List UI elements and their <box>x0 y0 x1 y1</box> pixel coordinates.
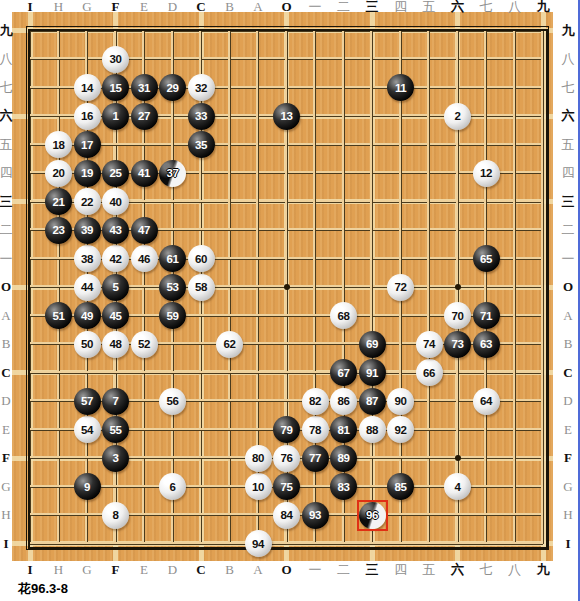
stone-number: 66 <box>423 367 435 379</box>
row-label-left: D <box>0 394 18 408</box>
col-label-top: 八 <box>503 0 527 14</box>
col-label-bottom: 二 <box>332 563 356 577</box>
stone-number: 77 <box>309 452 321 464</box>
row-label-right: E <box>556 423 580 437</box>
row-label-left: H <box>0 508 18 522</box>
row-label-left: F <box>0 451 18 465</box>
stone-number: 12 <box>480 167 492 179</box>
stone-62: 62 <box>216 331 243 358</box>
stone-71: 71 <box>473 302 500 329</box>
stone-number: 63 <box>480 338 492 350</box>
stone-number: 68 <box>338 310 350 322</box>
stone-91: 91 <box>359 359 386 386</box>
col-label-bottom: C <box>189 563 213 577</box>
stone-number: 80 <box>252 452 264 464</box>
stone-number: 15 <box>110 82 122 94</box>
col-label-top: 一 <box>303 0 327 14</box>
stone-30: 30 <box>102 46 129 73</box>
stone-number: 4 <box>455 481 461 493</box>
row-label-left: 二 <box>0 223 18 237</box>
stone-number: 90 <box>395 395 407 407</box>
stone-number: 33 <box>195 110 207 122</box>
row-label-right: A <box>556 309 580 323</box>
stone-number: 1 <box>113 110 119 122</box>
col-label-top: O <box>275 0 299 14</box>
col-label-bottom: A <box>246 563 270 577</box>
stone-81: 81 <box>330 416 357 443</box>
row-label-left: I <box>0 537 18 551</box>
col-label-bottom: 七 <box>474 563 498 577</box>
stone-number: 3 <box>113 452 119 464</box>
col-label-bottom: F <box>104 563 128 577</box>
stone-number: 91 <box>366 367 378 379</box>
stone-20: 20 <box>45 160 72 187</box>
stone-75: 75 <box>273 473 300 500</box>
stone-number: 46 <box>138 253 150 265</box>
stone-number: 35 <box>195 139 207 151</box>
stone-number: 25 <box>110 167 122 179</box>
stone-27: 27 <box>131 103 158 130</box>
row-label-right: 七 <box>556 81 580 95</box>
stone-64: 64 <box>473 388 500 415</box>
col-label-bottom: 六 <box>446 563 470 577</box>
stone-number: 89 <box>338 452 350 464</box>
stone-67: 67 <box>330 359 357 386</box>
stone-number: 48 <box>110 338 122 350</box>
stone-60: 60 <box>188 245 215 272</box>
stone-number: 71 <box>480 310 492 322</box>
row-label-right: F <box>556 451 580 465</box>
stone-58: 58 <box>188 274 215 301</box>
col-label-top: 九 <box>531 0 555 14</box>
stone-number: 7 <box>113 395 119 407</box>
stone-85: 85 <box>387 473 414 500</box>
stone-32: 32 <box>188 74 215 101</box>
stone-number: 93 <box>309 509 321 521</box>
row-label-left: 四 <box>0 166 18 180</box>
stone-number: 76 <box>281 452 293 464</box>
kifu-diagram-screen: 1234567891011121314151617181920212223252… <box>0 0 580 601</box>
row-label-right: H <box>556 508 580 522</box>
row-label-left: 五 <box>0 138 18 152</box>
stone-number: 31 <box>138 82 150 94</box>
stone-number: 42 <box>110 253 122 265</box>
stone-number: 86 <box>338 395 350 407</box>
stone-94: 94 <box>245 530 272 557</box>
stone-47: 47 <box>131 217 158 244</box>
stone-43: 43 <box>102 217 129 244</box>
stone-number: 88 <box>366 424 378 436</box>
row-label-right: C <box>556 366 580 380</box>
stone-number: 8 <box>113 509 119 521</box>
stone-84: 84 <box>273 502 300 529</box>
col-label-bottom: E <box>132 563 156 577</box>
stone-number: 23 <box>53 224 65 236</box>
col-label-bottom: G <box>75 563 99 577</box>
stone-number: 13 <box>281 110 293 122</box>
stone-70: 70 <box>444 302 471 329</box>
col-label-bottom: 九 <box>531 563 555 577</box>
stone-number: 55 <box>110 424 122 436</box>
stone-93: 93 <box>302 502 329 529</box>
stone-number: 57 <box>81 395 93 407</box>
stone-65: 65 <box>473 245 500 272</box>
row-label-right: 九 <box>556 24 580 38</box>
stone-23: 23 <box>45 217 72 244</box>
stone-number: 37 <box>167 167 179 179</box>
col-label-bottom: O <box>275 563 299 577</box>
stone-number: 10 <box>252 481 264 493</box>
stone-72: 72 <box>387 274 414 301</box>
row-label-left: A <box>0 309 18 323</box>
stone-number: 41 <box>138 167 150 179</box>
stone-15: 15 <box>102 74 129 101</box>
col-label-top: C <box>189 0 213 14</box>
stone-51: 51 <box>45 302 72 329</box>
stone-number: 67 <box>338 367 350 379</box>
stone-82: 82 <box>302 388 329 415</box>
stone-number: 85 <box>395 481 407 493</box>
stone-number: 70 <box>452 310 464 322</box>
stone-77: 77 <box>302 445 329 472</box>
stone-number: 94 <box>252 538 264 550</box>
col-label-bottom: H <box>47 563 71 577</box>
stone-33: 33 <box>188 103 215 130</box>
stone-number: 6 <box>170 481 176 493</box>
stone-number: 18 <box>53 139 65 151</box>
stone-18: 18 <box>45 131 72 158</box>
stone-11: 11 <box>387 74 414 101</box>
stone-31: 31 <box>131 74 158 101</box>
stone-16: 16 <box>74 103 101 130</box>
stone-21: 21 <box>45 188 72 215</box>
stone-48: 48 <box>102 331 129 358</box>
col-label-top: B <box>218 0 242 14</box>
stone-number: 83 <box>338 481 350 493</box>
row-label-right: D <box>556 394 580 408</box>
row-label-left: G <box>0 480 18 494</box>
row-label-left: 三 <box>0 195 18 209</box>
stone-number: 16 <box>81 110 93 122</box>
stone-38: 38 <box>74 245 101 272</box>
stone-number: 38 <box>81 253 93 265</box>
stone-89: 89 <box>330 445 357 472</box>
stone-22: 22 <box>74 188 101 215</box>
stone-50: 50 <box>74 331 101 358</box>
stone-52: 52 <box>131 331 158 358</box>
stone-number: 29 <box>167 82 179 94</box>
col-label-top: E <box>132 0 156 14</box>
row-label-right: B <box>556 337 580 351</box>
col-label-bottom: 五 <box>417 563 441 577</box>
row-label-right: 六 <box>556 109 580 123</box>
stone-87: 87 <box>359 388 386 415</box>
col-label-bottom: 八 <box>503 563 527 577</box>
stone-35: 35 <box>188 131 215 158</box>
stone-number: 87 <box>366 395 378 407</box>
stone-10: 10 <box>245 473 272 500</box>
stone-number: 45 <box>110 310 122 322</box>
stone-5: 5 <box>102 274 129 301</box>
stone-39: 39 <box>74 217 101 244</box>
col-label-top: 七 <box>474 0 498 14</box>
stone-4: 4 <box>444 473 471 500</box>
stone-90: 90 <box>387 388 414 415</box>
col-label-top: H <box>47 0 71 14</box>
stone-number: 73 <box>452 338 464 350</box>
stone-40: 40 <box>102 188 129 215</box>
stone-80: 80 <box>245 445 272 472</box>
stone-19: 19 <box>74 160 101 187</box>
stone-number: 60 <box>195 253 207 265</box>
stone-78: 78 <box>302 416 329 443</box>
col-label-bottom: B <box>218 563 242 577</box>
col-label-top: A <box>246 0 270 14</box>
stone-9: 9 <box>74 473 101 500</box>
stone-59: 59 <box>159 302 186 329</box>
stone-number: 52 <box>138 338 150 350</box>
stone-number: 43 <box>110 224 122 236</box>
stone-46: 46 <box>131 245 158 272</box>
stone-number: 19 <box>81 167 93 179</box>
col-label-top: G <box>75 0 99 14</box>
stone-14: 14 <box>74 74 101 101</box>
stone-number: 11 <box>395 82 406 94</box>
stone-73: 73 <box>444 331 471 358</box>
stone-number: 72 <box>395 281 407 293</box>
stone-number: 47 <box>138 224 150 236</box>
stone-25: 25 <box>102 160 129 187</box>
col-label-top: 三 <box>360 0 384 14</box>
stone-number: 59 <box>167 310 179 322</box>
stone-29: 29 <box>159 74 186 101</box>
stone-number: 75 <box>281 481 293 493</box>
stone-37: 37 <box>159 160 186 187</box>
row-label-right: G <box>556 480 580 494</box>
row-label-left: E <box>0 423 18 437</box>
stone-number: 21 <box>53 196 65 208</box>
col-label-top: 二 <box>332 0 356 14</box>
stone-number: 40 <box>110 196 122 208</box>
stone-86: 86 <box>330 388 357 415</box>
stone-number: 2 <box>455 110 461 122</box>
stone-12: 12 <box>473 160 500 187</box>
star-point <box>284 284 290 290</box>
stone-69: 69 <box>359 331 386 358</box>
stone-68: 68 <box>330 302 357 329</box>
row-label-right: O <box>556 280 580 294</box>
stone-number: 78 <box>309 424 321 436</box>
stone-number: 14 <box>81 82 93 94</box>
stone-13: 13 <box>273 103 300 130</box>
stone-number: 39 <box>81 224 93 236</box>
row-label-left: C <box>0 366 18 380</box>
col-label-bottom: D <box>161 563 185 577</box>
col-label-top: 四 <box>389 0 413 14</box>
stone-number: 50 <box>81 338 93 350</box>
stone-number: 79 <box>281 424 293 436</box>
stone-number: 27 <box>138 110 150 122</box>
col-label-bottom: 一 <box>303 563 327 577</box>
row-label-right: 二 <box>556 223 580 237</box>
row-label-left: 六 <box>0 109 18 123</box>
stone-17: 17 <box>74 131 101 158</box>
stone-number: 84 <box>281 509 293 521</box>
stone-number: 74 <box>423 338 435 350</box>
stone-74: 74 <box>416 331 443 358</box>
stone-number: 54 <box>81 424 93 436</box>
row-label-right: I <box>556 537 580 551</box>
row-label-right: 一 <box>556 252 580 266</box>
stone-66: 66 <box>416 359 443 386</box>
stone-8: 8 <box>102 502 129 529</box>
row-label-left: B <box>0 337 18 351</box>
row-label-right: 八 <box>556 52 580 66</box>
col-label-top: 五 <box>417 0 441 14</box>
stone-number: 82 <box>309 395 321 407</box>
stone-number: 58 <box>195 281 207 293</box>
stone-79: 79 <box>273 416 300 443</box>
stone-number: 92 <box>395 424 407 436</box>
stone-number: 32 <box>195 82 207 94</box>
stone-number: 69 <box>366 338 378 350</box>
stone-number: 20 <box>53 167 65 179</box>
stone-49: 49 <box>74 302 101 329</box>
row-label-right: 五 <box>556 138 580 152</box>
stone-63: 63 <box>473 331 500 358</box>
row-label-left: 一 <box>0 252 18 266</box>
row-label-left: 九 <box>0 24 18 38</box>
stone-6: 6 <box>159 473 186 500</box>
stone-number: 61 <box>167 253 179 265</box>
stone-83: 83 <box>330 473 357 500</box>
stone-56: 56 <box>159 388 186 415</box>
stone-number: 56 <box>167 395 179 407</box>
star-point <box>455 284 461 290</box>
stone-number: 22 <box>81 196 93 208</box>
stone-number: 44 <box>81 281 93 293</box>
stone-41: 41 <box>131 160 158 187</box>
stone-number: 53 <box>167 281 179 293</box>
stone-number: 65 <box>480 253 492 265</box>
stone-7: 7 <box>102 388 129 415</box>
stone-number: 30 <box>110 53 122 65</box>
col-label-bottom: 四 <box>389 563 413 577</box>
stone-53: 53 <box>159 274 186 301</box>
diagram-caption: 花96.3-8 <box>18 580 68 598</box>
stone-45: 45 <box>102 302 129 329</box>
col-label-top: D <box>161 0 185 14</box>
stone-76: 76 <box>273 445 300 472</box>
stone-2: 2 <box>444 103 471 130</box>
stone-number: 5 <box>113 281 119 293</box>
row-label-left: 七 <box>0 81 18 95</box>
stone-55: 55 <box>102 416 129 443</box>
col-label-bottom: I <box>18 563 42 577</box>
stone-42: 42 <box>102 245 129 272</box>
star-point <box>455 455 461 461</box>
stone-number: 49 <box>81 310 93 322</box>
stone-88: 88 <box>359 416 386 443</box>
row-label-right: 三 <box>556 195 580 209</box>
stone-54: 54 <box>74 416 101 443</box>
stone-number: 62 <box>224 338 236 350</box>
col-label-top: F <box>104 0 128 14</box>
stone-number: 64 <box>480 395 492 407</box>
stone-57: 57 <box>74 388 101 415</box>
row-label-left: 八 <box>0 52 18 66</box>
stone-number: 17 <box>81 139 93 151</box>
col-label-top: 六 <box>446 0 470 14</box>
stone-number: 9 <box>84 481 90 493</box>
stone-1: 1 <box>102 103 129 130</box>
stone-44: 44 <box>74 274 101 301</box>
col-label-top: I <box>18 0 42 14</box>
stone-number: 51 <box>53 310 65 322</box>
stone-number: 81 <box>338 424 350 436</box>
row-label-right: 四 <box>556 166 580 180</box>
col-label-bottom: 三 <box>360 563 384 577</box>
row-label-left: O <box>0 280 18 294</box>
stone-3: 3 <box>102 445 129 472</box>
stone-92: 92 <box>387 416 414 443</box>
last-move-marker <box>357 500 388 531</box>
stone-61: 61 <box>159 245 186 272</box>
